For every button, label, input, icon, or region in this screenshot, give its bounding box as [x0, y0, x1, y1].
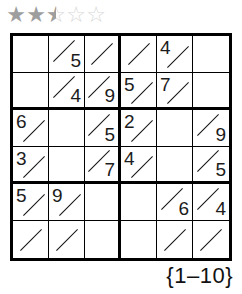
- cell-r4c2[interactable]: [49, 147, 85, 184]
- cell-r5c3[interactable]: [85, 184, 121, 221]
- cell-r1c1[interactable]: [13, 36, 49, 73]
- given-upper: 9: [52, 186, 63, 205]
- star-half-icon: ☆★: [46, 2, 66, 28]
- diagonal-slash: [91, 43, 113, 65]
- given-upper: 4: [160, 38, 171, 57]
- cell-r3c3[interactable]: 5: [85, 110, 121, 147]
- cell-r2c6[interactable]: [193, 73, 229, 110]
- digit-range-label: {1–10}: [166, 263, 233, 289]
- cell-r6c3[interactable]: [85, 221, 121, 258]
- cell-r2c3[interactable]: 9: [85, 73, 121, 110]
- cell-r4c1[interactable]: 3: [13, 147, 49, 184]
- given-upper: 7: [160, 75, 171, 94]
- cell-r2c1[interactable]: [13, 73, 49, 110]
- cell-r3c4[interactable]: 2: [121, 110, 157, 147]
- cell-r1c6[interactable]: [193, 36, 229, 73]
- diagonal-slash: [56, 229, 78, 251]
- cell-r6c1[interactable]: [13, 221, 49, 258]
- difficulty-stars: ★★☆★☆☆: [6, 2, 106, 28]
- diagonal-slash: [128, 43, 150, 65]
- cell-r2c2[interactable]: 4: [49, 73, 85, 110]
- star-empty-icon: ☆: [66, 2, 86, 28]
- cell-r3c6[interactable]: 9: [193, 110, 229, 147]
- given-lower: 9: [215, 125, 226, 144]
- cell-r3c2[interactable]: [49, 110, 85, 147]
- cell-r4c6[interactable]: 5: [193, 147, 229, 184]
- cell-r3c5[interactable]: [157, 110, 193, 147]
- star-empty-icon: ☆: [86, 2, 106, 28]
- cell-r3c1[interactable]: 6: [13, 110, 49, 147]
- cell-r6c2[interactable]: [49, 221, 85, 258]
- cell-r1c5[interactable]: 4: [157, 36, 193, 73]
- cell-r1c4[interactable]: [121, 36, 157, 73]
- cell-r5c1[interactable]: 5: [13, 184, 49, 221]
- given-lower: 4: [215, 199, 226, 218]
- given-lower: 6: [178, 199, 189, 218]
- cell-r5c2[interactable]: 9: [49, 184, 85, 221]
- given-lower: 7: [104, 160, 115, 179]
- given-lower: 4: [70, 86, 81, 105]
- star-full-icon: ★: [26, 2, 46, 28]
- given-upper: 2: [124, 112, 135, 131]
- cell-r1c2[interactable]: 5: [49, 36, 85, 73]
- star-full-icon: ★: [6, 2, 26, 28]
- cell-r6c5[interactable]: [157, 221, 193, 258]
- cell-r4c4[interactable]: 4: [121, 147, 157, 184]
- given-upper: 3: [16, 149, 27, 168]
- cell-r1c3[interactable]: [85, 36, 121, 73]
- cell-r5c6[interactable]: 4: [193, 184, 229, 221]
- cell-r6c4[interactable]: [121, 221, 157, 258]
- given-lower: 5: [104, 125, 115, 144]
- given-lower: 9: [104, 86, 115, 105]
- cell-r6c6[interactable]: [193, 221, 229, 258]
- puzzle-grid: 544957652937455964: [10, 33, 232, 261]
- cell-r4c5[interactable]: [157, 147, 193, 184]
- cell-r5c4[interactable]: [121, 184, 157, 221]
- diagonal-slash: [20, 229, 42, 251]
- given-lower: 5: [215, 160, 226, 179]
- given-lower: 5: [70, 51, 81, 70]
- diagonal-slash: [200, 229, 222, 251]
- cell-r2c5[interactable]: 7: [157, 73, 193, 110]
- given-upper: 4: [124, 149, 135, 168]
- cell-r4c3[interactable]: 7: [85, 147, 121, 184]
- cell-r5c5[interactable]: 6: [157, 184, 193, 221]
- cell-r2c4[interactable]: 5: [121, 73, 157, 110]
- given-upper: 5: [16, 186, 27, 205]
- diagonal-slash: [164, 229, 186, 251]
- given-upper: 6: [16, 112, 27, 131]
- given-upper: 5: [124, 75, 135, 94]
